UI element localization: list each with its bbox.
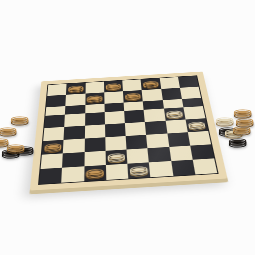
checker-piece-pale: ⛂ — [187, 118, 207, 132]
board-square — [146, 134, 168, 149]
board-perspective: ⛂⛂⛂⛂⛂⛂⛂⛂⛂⛂⛂ — [30, 72, 228, 191]
loose-checker-natural: ⛂ — [10, 113, 30, 127]
offboard-pieces-left: ⛂⛂⛂⛂⛂⛂ — [0, 106, 46, 166]
checker-piece-natural: ⛂ — [85, 165, 104, 181]
board-square — [171, 160, 195, 176]
checker-piece-natural: ⛂ — [43, 140, 62, 155]
board-square — [61, 166, 84, 182]
board-square: ⛂ — [84, 165, 106, 181]
checkers-board: ⛂⛂⛂⛂⛂⛂⛂⛂⛂⛂⛂ — [31, 31, 220, 220]
board-square: ⛂ — [105, 150, 127, 165]
board-square — [169, 146, 193, 161]
checker-piece-pale: ⛂ — [165, 107, 184, 120]
board-square — [192, 158, 217, 174]
board-square — [148, 147, 171, 162]
board-square — [126, 135, 148, 150]
board-square — [167, 132, 190, 147]
board-grid: ⛂⛂⛂⛂⛂⛂⛂⛂⛂⛂⛂ — [39, 76, 217, 184]
board-square — [106, 164, 129, 180]
checker-piece-pale: ⛂ — [129, 162, 149, 178]
board-square: ⛂ — [127, 162, 150, 178]
loose-checker-natural: ⛂ — [233, 106, 253, 120]
board-square — [62, 152, 84, 168]
board-square — [39, 168, 62, 184]
board-square — [63, 139, 84, 154]
checker-piece-pale: ⛂ — [107, 150, 126, 165]
board-square — [190, 144, 214, 159]
board-square — [149, 161, 173, 177]
board-square — [188, 131, 212, 146]
board-square — [84, 137, 105, 152]
offboard-pieces-right: ⛂⛂⛂⛂⛂⛂⛂ — [214, 96, 255, 156]
product-photo-stage: ⛂⛂⛂⛂⛂⛂⛂⛂⛂⛂⛂ ⛂⛂⛂⛂⛂⛂ ⛂⛂⛂⛂⛂⛂⛂ — [0, 0, 255, 255]
board-frame: ⛂⛂⛂⛂⛂⛂⛂⛂⛂⛂⛂ — [30, 72, 228, 191]
